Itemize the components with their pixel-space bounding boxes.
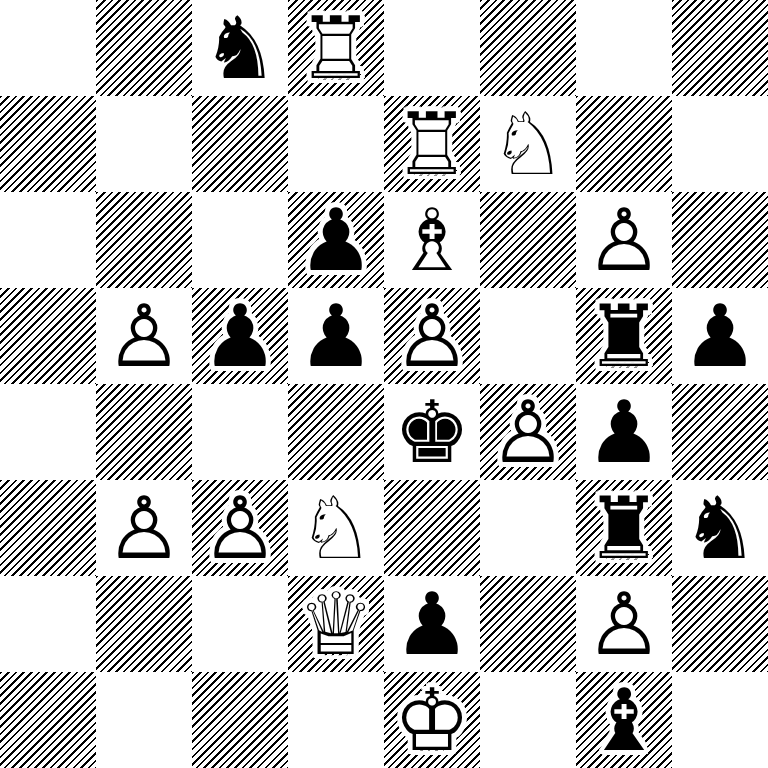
square-e7[interactable]: ♜♖	[384, 96, 480, 192]
piece-glyph: ♟	[576, 384, 672, 480]
piece-black-king: ♚♚	[384, 384, 480, 480]
piece-glyph: ♙	[192, 480, 288, 576]
piece-glyph: ♘	[480, 96, 576, 192]
piece-white-bishop: ♝♗	[384, 192, 480, 288]
square-e5[interactable]: ♟♙	[384, 288, 480, 384]
square-a5[interactable]	[0, 288, 96, 384]
square-e8[interactable]	[384, 0, 480, 96]
square-g6[interactable]: ♟♙	[576, 192, 672, 288]
piece-black-knight: ♞♞	[192, 0, 288, 96]
square-c1[interactable]	[192, 672, 288, 768]
square-g3[interactable]: ♜♜	[576, 480, 672, 576]
square-e3[interactable]	[384, 480, 480, 576]
piece-white-rook: ♜♖	[384, 96, 480, 192]
piece-white-pawn: ♟♙	[96, 288, 192, 384]
piece-white-queen: ♛♕	[288, 576, 384, 672]
square-b3[interactable]: ♟♙	[96, 480, 192, 576]
chess-board: ♞♞♜♖♜♖♞♘♟♟♝♗♟♙♟♙♟♟♟♟♟♙♜♜♟♟♚♚♟♙♟♟♟♙♟♙♞♘♜♜…	[0, 0, 768, 768]
piece-glyph: ♖	[288, 0, 384, 96]
square-h7[interactable]	[672, 96, 768, 192]
square-c6[interactable]	[192, 192, 288, 288]
piece-glyph: ♜	[576, 288, 672, 384]
square-g4[interactable]: ♟♟	[576, 384, 672, 480]
piece-glyph: ♙	[96, 288, 192, 384]
piece-glyph: ♙	[480, 384, 576, 480]
piece-glyph: ♖	[384, 96, 480, 192]
piece-glyph: ♟	[192, 288, 288, 384]
square-b1[interactable]	[96, 672, 192, 768]
square-a7[interactable]	[0, 96, 96, 192]
square-d7[interactable]	[288, 96, 384, 192]
piece-black-pawn: ♟♟	[576, 384, 672, 480]
square-b6[interactable]	[96, 192, 192, 288]
piece-glyph: ♔	[384, 672, 480, 768]
square-g7[interactable]	[576, 96, 672, 192]
square-c5[interactable]: ♟♟	[192, 288, 288, 384]
piece-white-king: ♚♔	[384, 672, 480, 768]
square-h5[interactable]: ♟♟	[672, 288, 768, 384]
square-g5[interactable]: ♜♜	[576, 288, 672, 384]
piece-white-pawn: ♟♙	[576, 576, 672, 672]
square-e6[interactable]: ♝♗	[384, 192, 480, 288]
square-a2[interactable]	[0, 576, 96, 672]
piece-black-pawn: ♟♟	[192, 288, 288, 384]
piece-glyph: ♞	[672, 480, 768, 576]
piece-black-rook: ♜♜	[576, 288, 672, 384]
square-d4[interactable]	[288, 384, 384, 480]
square-g2[interactable]: ♟♙	[576, 576, 672, 672]
piece-black-rook: ♜♜	[576, 480, 672, 576]
piece-glyph: ♘	[288, 480, 384, 576]
square-b7[interactable]	[96, 96, 192, 192]
square-d8[interactable]: ♜♖	[288, 0, 384, 96]
piece-glyph: ♕	[288, 576, 384, 672]
square-a4[interactable]	[0, 384, 96, 480]
square-e2[interactable]: ♟♟	[384, 576, 480, 672]
piece-white-pawn: ♟♙	[96, 480, 192, 576]
square-c2[interactable]	[192, 576, 288, 672]
square-e1[interactable]: ♚♔	[384, 672, 480, 768]
piece-black-pawn: ♟♟	[288, 288, 384, 384]
piece-white-pawn: ♟♙	[480, 384, 576, 480]
square-b2[interactable]	[96, 576, 192, 672]
square-h4[interactable]	[672, 384, 768, 480]
piece-glyph: ♞	[192, 0, 288, 96]
piece-glyph: ♚	[384, 384, 480, 480]
square-c8[interactable]: ♞♞	[192, 0, 288, 96]
square-h1[interactable]	[672, 672, 768, 768]
piece-white-rook: ♜♖	[288, 0, 384, 96]
piece-white-pawn: ♟♙	[192, 480, 288, 576]
square-f1[interactable]	[480, 672, 576, 768]
square-f8[interactable]	[480, 0, 576, 96]
piece-glyph: ♙	[384, 288, 480, 384]
square-f5[interactable]	[480, 288, 576, 384]
square-b5[interactable]: ♟♙	[96, 288, 192, 384]
piece-white-knight: ♞♘	[480, 96, 576, 192]
square-d2[interactable]: ♛♕	[288, 576, 384, 672]
piece-black-knight: ♞♞	[672, 480, 768, 576]
piece-glyph: ♟	[288, 288, 384, 384]
square-b4[interactable]	[96, 384, 192, 480]
square-f4[interactable]: ♟♙	[480, 384, 576, 480]
square-a8[interactable]	[0, 0, 96, 96]
square-g8[interactable]	[576, 0, 672, 96]
piece-glyph: ♟	[288, 192, 384, 288]
piece-black-bishop: ♝♝	[576, 672, 672, 768]
square-c7[interactable]	[192, 96, 288, 192]
piece-white-pawn: ♟♙	[576, 192, 672, 288]
piece-glyph: ♙	[576, 576, 672, 672]
square-d1[interactable]	[288, 672, 384, 768]
piece-glyph: ♝	[576, 672, 672, 768]
piece-glyph: ♗	[384, 192, 480, 288]
square-c4[interactable]	[192, 384, 288, 480]
square-a1[interactable]	[0, 672, 96, 768]
piece-glyph: ♟	[384, 576, 480, 672]
square-h6[interactable]	[672, 192, 768, 288]
square-h3[interactable]: ♞♞	[672, 480, 768, 576]
piece-white-knight: ♞♘	[288, 480, 384, 576]
piece-glyph: ♜	[576, 480, 672, 576]
square-f6[interactable]	[480, 192, 576, 288]
piece-black-pawn: ♟♟	[288, 192, 384, 288]
piece-white-pawn: ♟♙	[384, 288, 480, 384]
piece-glyph: ♙	[96, 480, 192, 576]
square-f2[interactable]	[480, 576, 576, 672]
square-e4[interactable]: ♚♚	[384, 384, 480, 480]
square-h2[interactable]	[672, 576, 768, 672]
square-d5[interactable]: ♟♟	[288, 288, 384, 384]
square-b8[interactable]	[96, 0, 192, 96]
square-d6[interactable]: ♟♟	[288, 192, 384, 288]
piece-glyph: ♙	[576, 192, 672, 288]
piece-black-pawn: ♟♟	[672, 288, 768, 384]
square-c3[interactable]: ♟♙	[192, 480, 288, 576]
square-g1[interactable]: ♝♝	[576, 672, 672, 768]
square-a6[interactable]	[0, 192, 96, 288]
square-d3[interactable]: ♞♘	[288, 480, 384, 576]
square-a3[interactable]	[0, 480, 96, 576]
piece-glyph: ♟	[672, 288, 768, 384]
square-h8[interactable]	[672, 0, 768, 96]
square-f3[interactable]	[480, 480, 576, 576]
square-f7[interactable]: ♞♘	[480, 96, 576, 192]
piece-black-pawn: ♟♟	[384, 576, 480, 672]
